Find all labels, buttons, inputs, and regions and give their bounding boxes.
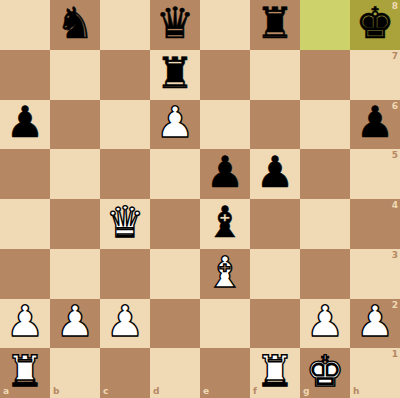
square-d6[interactable]: ♟	[150, 100, 200, 150]
square-b3[interactable]	[50, 249, 100, 299]
square-e1[interactable]: e	[200, 348, 250, 398]
square-b2[interactable]: ♟	[50, 299, 100, 349]
piece-white-bishop[interactable]: ♝	[206, 251, 245, 294]
square-c3[interactable]	[100, 249, 150, 299]
square-e7[interactable]	[200, 50, 250, 100]
square-a4[interactable]	[0, 199, 50, 249]
piece-black-rook[interactable]: ♜	[156, 52, 195, 95]
piece-black-bishop[interactable]: ♝	[206, 201, 245, 244]
square-c5[interactable]	[100, 149, 150, 199]
square-b5[interactable]	[50, 149, 100, 199]
square-d7[interactable]: ♜	[150, 50, 200, 100]
square-g2[interactable]: ♟	[300, 299, 350, 349]
piece-white-pawn[interactable]: ♟	[306, 300, 345, 343]
piece-black-pawn[interactable]: ♟	[6, 101, 45, 144]
square-e2[interactable]	[200, 299, 250, 349]
square-f8[interactable]: ♜	[250, 0, 300, 50]
coord-rank-3: 3	[392, 251, 398, 260]
piece-white-king[interactable]: ♚	[306, 350, 345, 393]
square-a3[interactable]	[0, 249, 50, 299]
square-b1[interactable]: b	[50, 348, 100, 398]
square-a8[interactable]	[0, 0, 50, 50]
square-e4[interactable]: ♝	[200, 199, 250, 249]
square-c6[interactable]	[100, 100, 150, 150]
square-c2[interactable]: ♟	[100, 299, 150, 349]
square-f4[interactable]	[250, 199, 300, 249]
square-g1[interactable]: ♚g	[300, 348, 350, 398]
square-g4[interactable]	[300, 199, 350, 249]
piece-black-knight[interactable]: ♞	[56, 2, 95, 45]
coord-file-c: c	[103, 387, 108, 396]
square-h6[interactable]: ♟6	[350, 100, 400, 150]
square-g5[interactable]	[300, 149, 350, 199]
coord-file-h: h	[353, 387, 359, 396]
square-c7[interactable]	[100, 50, 150, 100]
square-e8[interactable]	[200, 0, 250, 50]
square-f2[interactable]	[250, 299, 300, 349]
square-d4[interactable]	[150, 199, 200, 249]
square-a1[interactable]: ♜a	[0, 348, 50, 398]
square-e5[interactable]: ♟	[200, 149, 250, 199]
coord-file-e: e	[203, 387, 209, 396]
square-e6[interactable]	[200, 100, 250, 150]
coord-rank-4: 4	[392, 201, 398, 210]
square-d5[interactable]	[150, 149, 200, 199]
piece-black-king[interactable]: ♚	[356, 2, 395, 45]
piece-black-rook[interactable]: ♜	[256, 2, 295, 45]
chess-board: ♞♛♜♚8♜7♟♟♟6♟♟5♛♝4♝3♟♟♟♟♟2♜abcde♜f♚g1h	[0, 0, 400, 398]
piece-white-rook[interactable]: ♜	[6, 350, 45, 393]
piece-white-pawn[interactable]: ♟	[56, 300, 95, 343]
piece-white-rook[interactable]: ♜	[256, 350, 295, 393]
square-a5[interactable]	[0, 149, 50, 199]
square-f6[interactable]	[250, 100, 300, 150]
square-h5[interactable]: 5	[350, 149, 400, 199]
square-f7[interactable]	[250, 50, 300, 100]
square-f3[interactable]	[250, 249, 300, 299]
square-g3[interactable]	[300, 249, 350, 299]
square-h2[interactable]: ♟2	[350, 299, 400, 349]
square-b7[interactable]	[50, 50, 100, 100]
square-a7[interactable]	[0, 50, 50, 100]
square-b6[interactable]	[50, 100, 100, 150]
piece-black-pawn[interactable]: ♟	[356, 101, 395, 144]
square-h4[interactable]: 4	[350, 199, 400, 249]
coord-rank-1: 1	[392, 350, 398, 359]
square-g8[interactable]	[300, 0, 350, 50]
square-c4[interactable]: ♛	[100, 199, 150, 249]
piece-black-queen[interactable]: ♛	[156, 2, 195, 45]
piece-white-pawn[interactable]: ♟	[6, 300, 45, 343]
square-d1[interactable]: d	[150, 348, 200, 398]
square-c8[interactable]	[100, 0, 150, 50]
coord-file-b: b	[53, 387, 59, 396]
square-f1[interactable]: ♜f	[250, 348, 300, 398]
square-h3[interactable]: 3	[350, 249, 400, 299]
piece-black-pawn[interactable]: ♟	[206, 151, 245, 194]
square-b4[interactable]	[50, 199, 100, 249]
square-h7[interactable]: 7	[350, 50, 400, 100]
square-d2[interactable]	[150, 299, 200, 349]
piece-white-pawn[interactable]: ♟	[156, 101, 195, 144]
square-b8[interactable]: ♞	[50, 0, 100, 50]
square-e3[interactable]: ♝	[200, 249, 250, 299]
square-h1[interactable]: 1h	[350, 348, 400, 398]
piece-white-pawn[interactable]: ♟	[356, 300, 395, 343]
piece-white-pawn[interactable]: ♟	[106, 300, 145, 343]
square-a2[interactable]: ♟	[0, 299, 50, 349]
square-g6[interactable]	[300, 100, 350, 150]
square-g7[interactable]	[300, 50, 350, 100]
coord-rank-5: 5	[392, 151, 398, 160]
coord-file-d: d	[153, 387, 159, 396]
piece-white-queen[interactable]: ♛	[106, 201, 145, 244]
square-d8[interactable]: ♛	[150, 0, 200, 50]
square-d3[interactable]	[150, 249, 200, 299]
square-f5[interactable]: ♟	[250, 149, 300, 199]
square-h8[interactable]: ♚8	[350, 0, 400, 50]
piece-black-pawn[interactable]: ♟	[256, 151, 295, 194]
coord-rank-7: 7	[392, 52, 398, 61]
square-a6[interactable]: ♟	[0, 100, 50, 150]
square-c1[interactable]: c	[100, 348, 150, 398]
